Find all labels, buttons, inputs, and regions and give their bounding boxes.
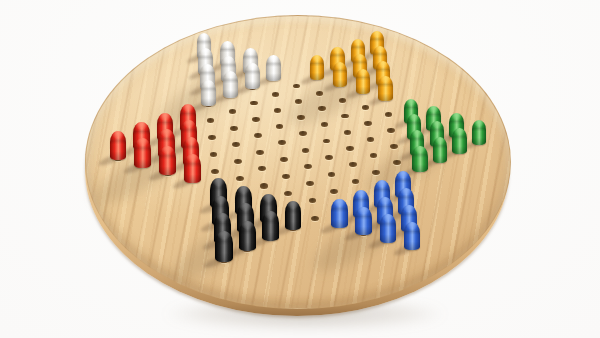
board-hole (210, 152, 218, 157)
board-hole (339, 98, 346, 103)
board-hole (346, 146, 354, 151)
board-hole (211, 169, 219, 174)
peg-blue[interactable] (331, 199, 347, 228)
peg-green[interactable] (472, 120, 486, 145)
board-hole (352, 179, 360, 184)
peg-white[interactable] (223, 71, 238, 97)
board-hole (328, 172, 336, 177)
peg-yellow[interactable] (378, 76, 392, 101)
peg-black[interactable] (285, 201, 302, 230)
board-hole (349, 162, 357, 167)
board-hole (274, 108, 282, 113)
board-hole (316, 91, 323, 96)
board-hole (254, 133, 262, 138)
board-hole (385, 112, 392, 117)
peg-blue[interactable] (355, 207, 371, 235)
board-hole (282, 174, 290, 179)
board-hole (367, 137, 374, 142)
peg-blue[interactable] (404, 222, 420, 250)
peg-blue[interactable] (380, 214, 396, 242)
board-hole (330, 189, 338, 194)
board-hole (393, 160, 401, 165)
peg-green[interactable] (433, 137, 448, 163)
board-hole (364, 121, 371, 126)
board-hole (390, 144, 397, 149)
peg-yellow[interactable] (333, 62, 347, 87)
chinese-checkers-scene (0, 0, 600, 338)
board-hole (272, 92, 279, 97)
peg-white[interactable] (201, 80, 216, 107)
peg-green[interactable] (452, 128, 467, 153)
board-hole (234, 159, 242, 164)
board-hole (297, 115, 304, 120)
peg-yellow[interactable] (310, 55, 324, 80)
board-hole (372, 170, 380, 175)
peg-red[interactable] (159, 146, 176, 175)
peg-white[interactable] (245, 63, 260, 89)
peg-red[interactable] (134, 138, 151, 167)
board-hole (230, 126, 238, 131)
board-hole (260, 183, 268, 188)
board-hole (362, 105, 369, 110)
peg-yellow[interactable] (356, 69, 370, 94)
board-hole (256, 150, 264, 155)
board-hole (311, 216, 319, 221)
board-hole (302, 148, 310, 153)
board-hole (344, 130, 351, 135)
peg-black[interactable] (215, 231, 233, 262)
board-hole (387, 128, 394, 133)
peg-black[interactable] (239, 221, 256, 251)
peg-black[interactable] (262, 211, 279, 241)
board-hole (280, 157, 288, 162)
board-hole (252, 117, 260, 122)
board-hole (236, 176, 244, 181)
peg-white[interactable] (266, 55, 281, 81)
peg-red[interactable] (184, 154, 201, 183)
peg-red[interactable] (110, 131, 127, 160)
board-hole (208, 135, 216, 140)
board-hole (325, 155, 333, 160)
peg-green[interactable] (412, 146, 427, 172)
